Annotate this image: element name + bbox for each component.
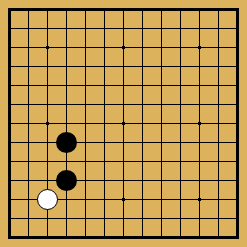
board-horizontal-line [8, 236, 239, 239]
board-vertical-line [142, 8, 143, 239]
star-point [122, 198, 125, 201]
black-stone[interactable] [56, 170, 77, 191]
board-vertical-line [236, 8, 239, 239]
board-vertical-line [161, 8, 162, 239]
star-point [122, 122, 125, 125]
board-horizontal-line [8, 218, 239, 219]
board-horizontal-line [8, 142, 239, 143]
star-point [46, 46, 49, 49]
white-stone[interactable] [37, 189, 58, 210]
star-point [198, 198, 201, 201]
go-board[interactable] [0, 0, 247, 247]
board-vertical-line [180, 8, 181, 239]
board-horizontal-line [8, 180, 239, 181]
star-point [46, 122, 49, 125]
board-vertical-line [218, 8, 219, 239]
star-point [198, 46, 201, 49]
board-horizontal-line [8, 161, 239, 162]
black-stone[interactable] [56, 132, 77, 153]
star-point [198, 122, 201, 125]
star-point [122, 46, 125, 49]
